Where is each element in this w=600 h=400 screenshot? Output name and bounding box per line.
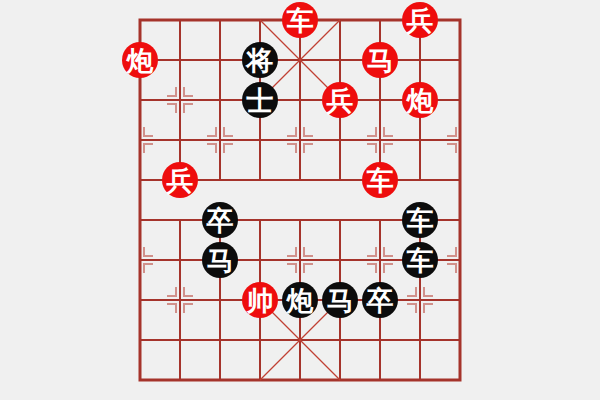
- piece-black-general[interactable]: 将: [242, 42, 278, 78]
- piece-grid: 车兵炮将马士兵炮兵车卒车马车帅炮马卒: [120, 0, 480, 400]
- piece-black-soldier-2[interactable]: 卒: [362, 282, 398, 318]
- piece-red-soldier-3[interactable]: 兵: [162, 162, 198, 198]
- piece-black-horse-1[interactable]: 马: [202, 242, 238, 278]
- piece-red-cannon-2[interactable]: 炮: [402, 82, 438, 118]
- xiangqi-board: 车兵炮将马士兵炮兵车卒车马车帅炮马卒: [0, 0, 600, 400]
- piece-black-horse-2[interactable]: 马: [322, 282, 358, 318]
- piece-red-general[interactable]: 帅: [242, 282, 278, 318]
- piece-red-soldier-1[interactable]: 兵: [402, 2, 438, 38]
- piece-black-advisor[interactable]: 士: [242, 82, 278, 118]
- piece-black-cannon[interactable]: 炮: [282, 282, 318, 318]
- piece-black-chariot-2[interactable]: 车: [402, 242, 438, 278]
- piece-red-chariot-1[interactable]: 车: [282, 2, 318, 38]
- piece-red-soldier-2[interactable]: 兵: [322, 82, 358, 118]
- piece-red-horse[interactable]: 马: [362, 42, 398, 78]
- piece-black-soldier-1[interactable]: 卒: [202, 202, 238, 238]
- piece-red-chariot-2[interactable]: 车: [362, 162, 398, 198]
- piece-red-cannon-1[interactable]: 炮: [122, 42, 158, 78]
- piece-black-chariot-1[interactable]: 车: [402, 202, 438, 238]
